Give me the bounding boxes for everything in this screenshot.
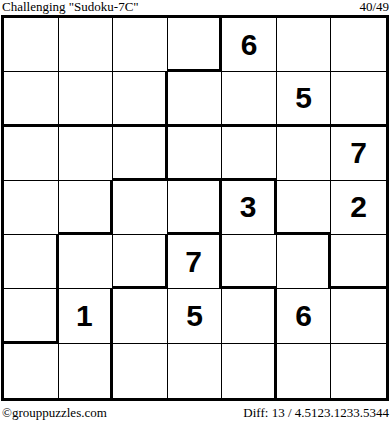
cell-r7c4[interactable] <box>168 344 223 398</box>
cell-r2c3[interactable] <box>113 72 168 126</box>
cell-r5c3[interactable] <box>113 235 168 289</box>
cell-r3c6[interactable] <box>277 127 332 181</box>
cell-r1c2[interactable] <box>59 18 114 72</box>
cell-r3c4[interactable] <box>168 127 223 181</box>
cell-r7c7[interactable] <box>331 344 386 398</box>
cell-r6c3[interactable] <box>113 289 168 343</box>
cell-r5c6[interactable] <box>277 235 332 289</box>
copyright-text: grouppuzzles.com <box>12 405 107 420</box>
cell-r6c7[interactable] <box>331 289 386 343</box>
cell-r5c5[interactable] <box>222 235 277 289</box>
cell-r3c7[interactable]: 7 <box>331 127 386 181</box>
cell-r3c2[interactable] <box>59 127 114 181</box>
cell-r5c4[interactable]: 7 <box>168 235 223 289</box>
cell-r2c6[interactable]: 5 <box>277 72 332 126</box>
cell-r2c2[interactable] <box>59 72 114 126</box>
cell-r5c7[interactable] <box>331 235 386 289</box>
cell-r1c6[interactable] <box>277 18 332 72</box>
cell-r4c6[interactable] <box>277 181 332 235</box>
cell-r3c3[interactable] <box>113 127 168 181</box>
cell-r2c1[interactable] <box>4 72 59 126</box>
cell-r2c7[interactable] <box>331 72 386 126</box>
cell-r1c5[interactable]: 6 <box>222 18 277 72</box>
cell-r2c5[interactable] <box>222 72 277 126</box>
cell-r4c2[interactable] <box>59 181 114 235</box>
cell-r4c3[interactable] <box>113 181 168 235</box>
cell-r4c7[interactable]: 2 <box>331 181 386 235</box>
cell-r6c2[interactable]: 1 <box>59 289 114 343</box>
cell-r4c5[interactable]: 3 <box>222 181 277 235</box>
cell-r4c1[interactable] <box>4 181 59 235</box>
page-header: Challenging "Sudoku-7C" 40/49 <box>2 0 389 14</box>
cell-r2c4[interactable] <box>168 72 223 126</box>
cell-r7c6[interactable] <box>277 344 332 398</box>
cell-r5c1[interactable] <box>4 235 59 289</box>
cells-remaining-counter: 40/49 <box>359 0 389 14</box>
cell-r6c5[interactable] <box>222 289 277 343</box>
cell-r1c3[interactable] <box>113 18 168 72</box>
cell-r6c4[interactable]: 5 <box>168 289 223 343</box>
cell-r6c1[interactable] <box>4 289 59 343</box>
cell-r7c5[interactable] <box>222 344 277 398</box>
cell-r7c1[interactable] <box>4 344 59 398</box>
copyright-icon: © <box>2 405 12 420</box>
cell-r7c2[interactable] <box>59 344 114 398</box>
page-footer: ©grouppuzzles.com Diff: 13 / 4.5123.1233… <box>2 405 389 420</box>
difficulty-rating: Diff: 13 / 4.5123.1233.5344 <box>243 405 389 420</box>
cell-r3c1[interactable] <box>4 127 59 181</box>
cell-r5c2[interactable] <box>59 235 114 289</box>
cell-r1c1[interactable] <box>4 18 59 72</box>
cell-r1c4[interactable] <box>168 18 223 72</box>
puzzle-title: Challenging "Sudoku-7C" <box>2 0 139 14</box>
cell-r1c7[interactable] <box>331 18 386 72</box>
cell-r4c4[interactable] <box>168 181 223 235</box>
cell-r6c6[interactable]: 6 <box>277 289 332 343</box>
cell-r3c5[interactable] <box>222 127 277 181</box>
sudoku-board: 657327156 <box>1 15 389 401</box>
cell-r7c3[interactable] <box>113 344 168 398</box>
